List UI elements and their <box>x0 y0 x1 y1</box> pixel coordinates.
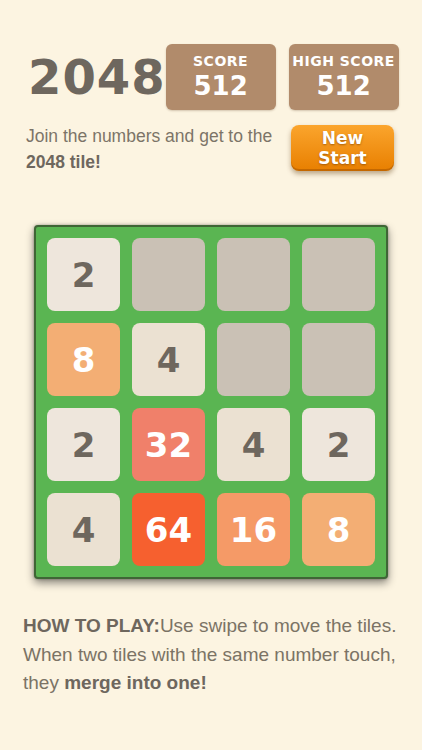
high-score-label: HIGH SCORE <box>292 53 395 69</box>
how-to-play-lead-bold: HOW TO PLAY: <box>23 615 160 636</box>
app-title: 2048 <box>28 44 166 110</box>
tile-4-r3c3: 4 <box>217 408 290 481</box>
score-label: SCORE <box>193 53 248 69</box>
new-start-button[interactable]: New Start <box>291 125 394 171</box>
tile-32-r3c2: 32 <box>132 408 205 481</box>
tile-64-r4c2: 64 <box>132 493 205 566</box>
intro-text: Join the numbers and get to the 2048 til… <box>26 120 280 175</box>
tile-16-r4c3: 16 <box>217 493 290 566</box>
high-score-box: HIGH SCORE 512 <box>289 44 399 110</box>
tile-2-r1c1: 2 <box>47 238 120 311</box>
empty-cell-r1c3 <box>217 238 290 311</box>
sub-header: Join the numbers and get to the 2048 til… <box>26 120 394 175</box>
score-panel: SCORE 512 HIGH SCORE 512 <box>166 44 399 110</box>
empty-cell-r1c2 <box>132 238 205 311</box>
app-screen: 2048 SCORE 512 HIGH SCORE 512 Join the n… <box>0 44 422 750</box>
tile-8-r2c1: 8 <box>47 323 120 396</box>
empty-cell-r1c4 <box>302 238 375 311</box>
intro-text-normal: Join the numbers and get to the <box>26 126 272 146</box>
tile-8-r4c4: 8 <box>302 493 375 566</box>
tile-2-r3c4: 2 <box>302 408 375 481</box>
empty-cell-r2c4 <box>302 323 375 396</box>
header: 2048 SCORE 512 HIGH SCORE 512 <box>28 44 394 110</box>
tile-4-r4c1: 4 <box>47 493 120 566</box>
tile-2-r3c1: 2 <box>47 408 120 481</box>
how-to-play-tail-bold: merge into one! <box>64 672 207 693</box>
empty-cell-r2c3 <box>217 323 290 396</box>
score-box: SCORE 512 <box>166 44 276 110</box>
board[interactable]: 28423242464168 <box>34 225 388 579</box>
intro-text-bold: 2048 tile! <box>26 152 101 172</box>
high-score-value: 512 <box>316 71 370 101</box>
how-to-play-text: HOW TO PLAY:Use swipe to move the tiles.… <box>23 612 398 698</box>
score-value: 512 <box>193 71 247 101</box>
tile-4-r2c2: 4 <box>132 323 205 396</box>
